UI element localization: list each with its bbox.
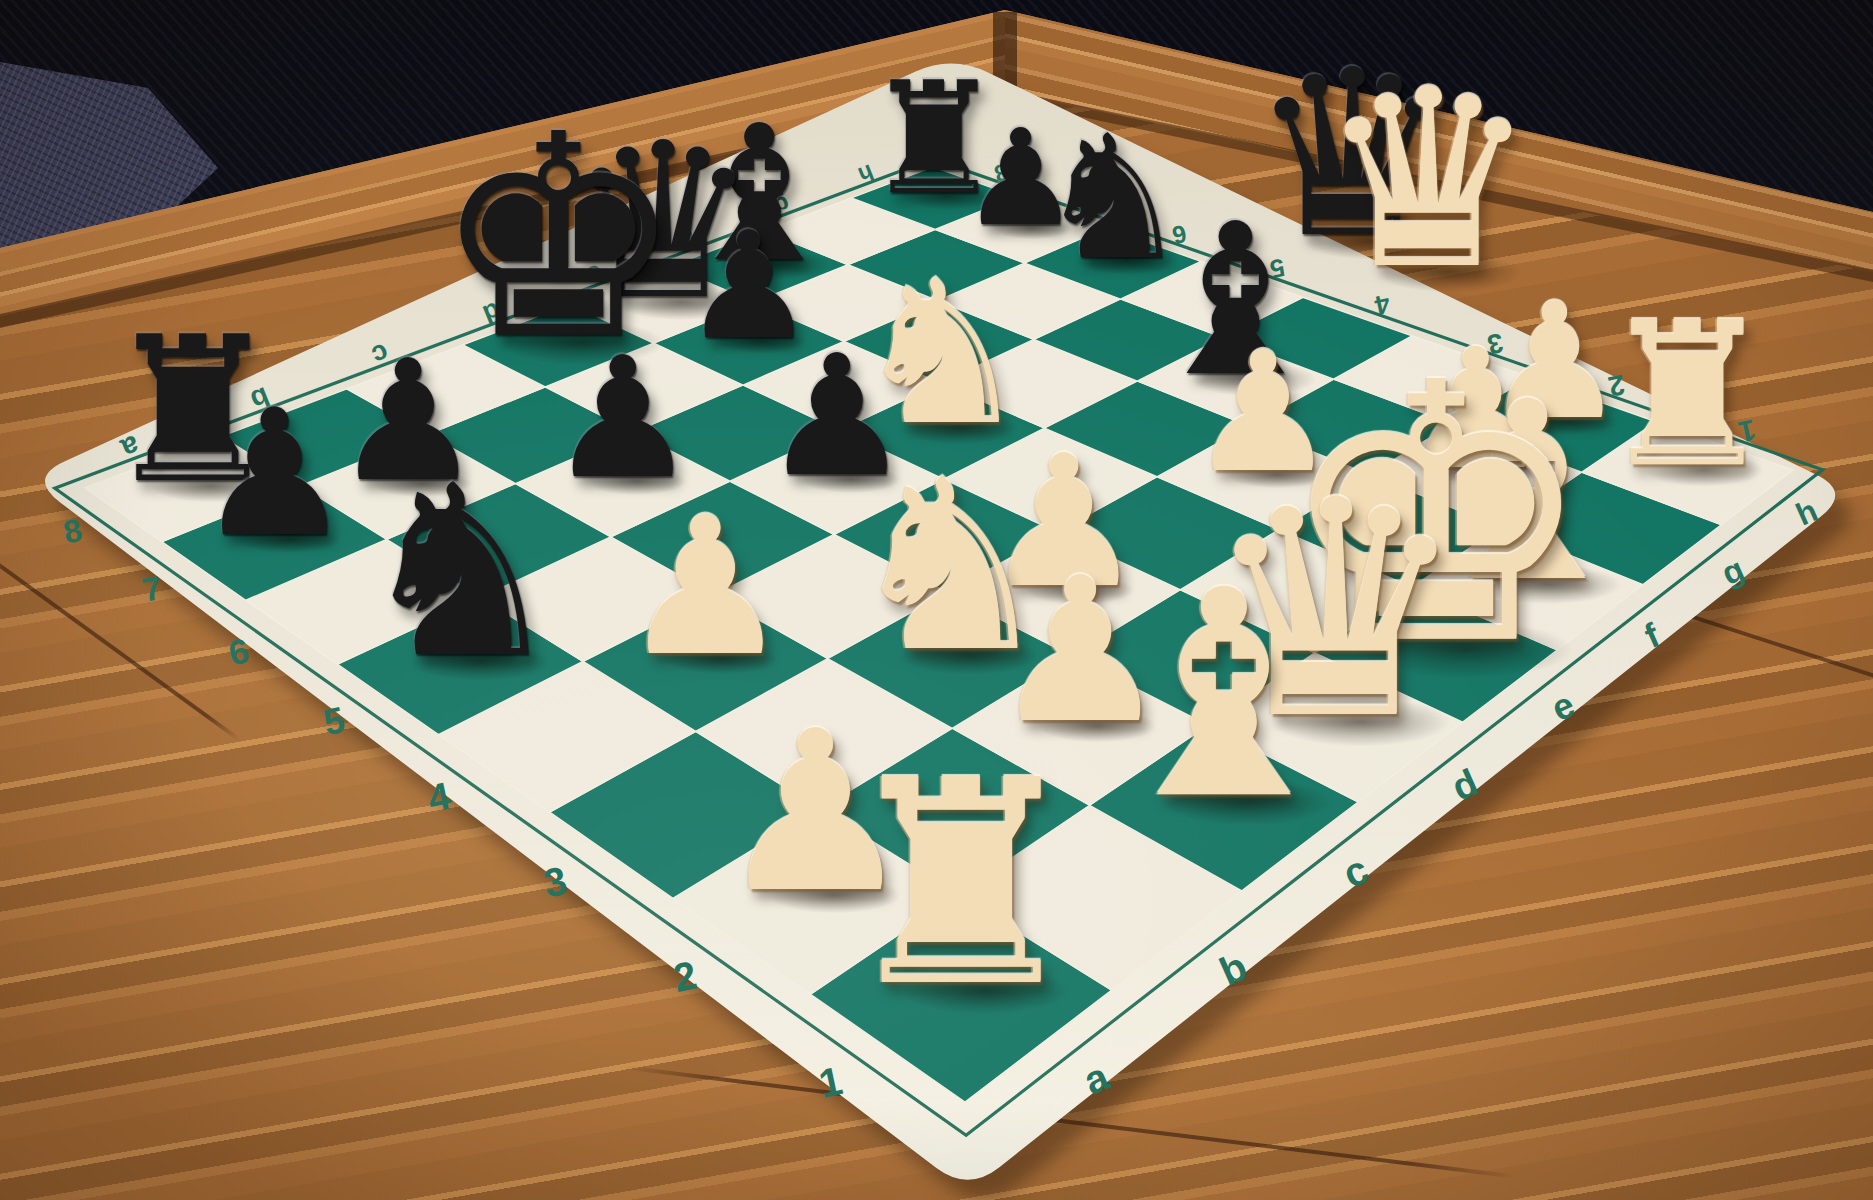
white-pawn-b4: ♟ <box>620 492 791 683</box>
white-rook-a1: ♜ <box>835 744 1088 1026</box>
photo-stage: aabbccddeeffgghh1122334455667788 ♜♟♛♞♝♛♛… <box>0 0 1873 1200</box>
white-bishop-c1: ♝ <box>1096 552 1352 838</box>
spare-white-queen: ♛ <box>1318 57 1539 303</box>
pieces-layer: ♜♟♛♞♝♛♛♟♚♝♟♞♜♟♟♟♟♟♜♟♝♟♚♞♟♞♛♟♝♟♜ <box>0 0 1873 1200</box>
black-pawn-a7: ♟ <box>196 386 353 561</box>
black-knight-a5: ♞ <box>354 454 566 691</box>
